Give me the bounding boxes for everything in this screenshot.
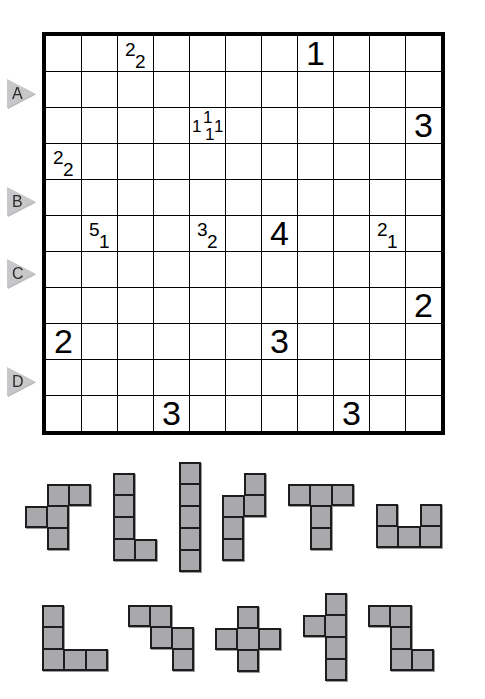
board-cell[interactable] — [334, 288, 369, 323]
clue-digit: 2 — [125, 40, 136, 59]
board-cell[interactable] — [82, 324, 117, 359]
board-cell[interactable] — [46, 180, 81, 215]
pentomino-cell — [325, 615, 347, 637]
tapa-clue-cell: 22 — [118, 36, 153, 71]
board-cell[interactable] — [370, 144, 405, 179]
pentomino-cell — [179, 550, 201, 572]
board-cell[interactable] — [262, 72, 297, 107]
board-cell[interactable] — [406, 144, 441, 179]
board-cell[interactable] — [334, 108, 369, 143]
board-cell[interactable] — [226, 144, 261, 179]
board-cell[interactable] — [298, 252, 333, 287]
tapa-clue-cell: 1 — [298, 36, 333, 71]
board-cell[interactable] — [190, 72, 225, 107]
row-arrow-A: A — [7, 79, 35, 108]
clue-digit: 1 — [203, 109, 212, 126]
board-cell[interactable] — [406, 216, 441, 251]
pentomino-X — [215, 606, 281, 672]
pentomino-cell — [303, 615, 325, 637]
clue-digit: 2 — [377, 220, 388, 239]
board-cell[interactable] — [298, 324, 333, 359]
pentomino-cell — [172, 627, 194, 649]
pentomino-cell — [135, 539, 157, 561]
pentomino-U — [376, 504, 442, 548]
board-cell[interactable] — [46, 108, 81, 143]
pentomino-F — [25, 484, 91, 550]
row-arrow-D: D — [7, 367, 35, 396]
pentomino-cell — [222, 517, 244, 539]
board-cell[interactable] — [82, 36, 117, 71]
board-cell[interactable] — [190, 360, 225, 395]
board-cell[interactable] — [154, 108, 189, 143]
board-cell[interactable] — [154, 144, 189, 179]
clue-digit: 2 — [46, 324, 81, 359]
board-cell[interactable] — [154, 36, 189, 71]
board-cell[interactable] — [406, 360, 441, 395]
board-cell[interactable] — [406, 252, 441, 287]
pentomino-cell — [179, 528, 201, 550]
tapa-clue-cell: 4 — [262, 216, 297, 251]
puzzle-grid: 2211111322513242122333 — [42, 32, 445, 435]
clue-digit: 3 — [334, 396, 369, 431]
board-cell[interactable] — [226, 252, 261, 287]
board-cell[interactable] — [46, 288, 81, 323]
pentomino-cell — [179, 506, 201, 528]
board-cell[interactable] — [118, 360, 153, 395]
pentomino-cell — [113, 517, 135, 539]
clue-digit: 1 — [214, 118, 223, 135]
board-cell[interactable] — [118, 216, 153, 251]
board-cell[interactable] — [226, 288, 261, 323]
board-cell[interactable] — [298, 144, 333, 179]
board-cell[interactable] — [370, 108, 405, 143]
board-cell[interactable] — [298, 360, 333, 395]
arrow-label: B — [12, 187, 23, 216]
pentomino-cell — [113, 473, 135, 495]
tapa-clue-cell: 3 — [334, 396, 369, 431]
board-cell[interactable] — [190, 144, 225, 179]
board-cell[interactable] — [118, 72, 153, 107]
board-cell[interactable] — [262, 288, 297, 323]
pentomino-cell — [244, 473, 266, 495]
board-cell[interactable] — [154, 324, 189, 359]
board-cell[interactable] — [370, 396, 405, 431]
board-cell[interactable] — [370, 180, 405, 215]
pentomino-cell — [150, 605, 172, 627]
board-cell[interactable] — [190, 288, 225, 323]
board-cell[interactable] — [46, 252, 81, 287]
board-cell[interactable] — [82, 288, 117, 323]
clue-digit: 2 — [135, 52, 146, 71]
tapa-clue-cell: 51 — [82, 216, 117, 251]
board-cell[interactable] — [190, 180, 225, 215]
pentomino-cell — [420, 526, 442, 548]
tapa-clue-cell: 2 — [406, 288, 441, 323]
board-cell[interactable] — [82, 72, 117, 107]
clue-digit: 2 — [53, 148, 64, 167]
pentomino-cell — [86, 649, 108, 671]
pentomino-cell — [222, 539, 244, 561]
board-cell[interactable] — [370, 324, 405, 359]
clue-digit: 3 — [406, 108, 441, 143]
pentomino-cell — [47, 484, 69, 506]
pentomino-cell — [325, 593, 347, 615]
pentomino-Y — [303, 593, 347, 681]
clue-digit: 2 — [406, 288, 441, 323]
pentomino-cell — [390, 649, 412, 671]
board-cell[interactable] — [262, 360, 297, 395]
pentomino-cell — [42, 605, 64, 627]
board-cell[interactable] — [226, 72, 261, 107]
board-cell[interactable] — [406, 324, 441, 359]
board-cell[interactable] — [334, 360, 369, 395]
board-cell[interactable] — [118, 252, 153, 287]
pentomino-cell — [215, 628, 237, 650]
arrow-label: D — [12, 367, 24, 396]
board-cell[interactable] — [334, 144, 369, 179]
board-cell[interactable] — [154, 360, 189, 395]
pentomino-cell — [412, 649, 434, 671]
tapa-clue-cell: 3 — [154, 396, 189, 431]
board-cell[interactable] — [46, 216, 81, 251]
pentomino-L — [113, 473, 157, 561]
pentomino-cell — [69, 484, 91, 506]
pentomino-cell — [47, 506, 69, 528]
pentomino-cell — [332, 484, 354, 506]
board-cell[interactable] — [406, 180, 441, 215]
board-cell[interactable] — [370, 252, 405, 287]
board-cell[interactable] — [298, 72, 333, 107]
board-cell[interactable] — [82, 144, 117, 179]
board-cell[interactable] — [226, 36, 261, 71]
board-cell[interactable] — [406, 72, 441, 107]
pentomino-I — [179, 462, 201, 572]
board-cell[interactable] — [154, 180, 189, 215]
pentomino-cell — [150, 627, 172, 649]
pentomino-cell — [237, 606, 259, 628]
clue-digit: 3 — [262, 324, 297, 359]
board-cell[interactable] — [190, 252, 225, 287]
board-cell[interactable] — [154, 216, 189, 251]
puzzle-page: 2211111322513242122333 ABCD — [0, 0, 485, 699]
pentomino-cell — [25, 506, 47, 528]
board-cell[interactable] — [46, 72, 81, 107]
pentomino-cell — [390, 627, 412, 649]
board-cell[interactable] — [334, 72, 369, 107]
pentomino-cell — [376, 526, 398, 548]
pentomino-cell — [376, 504, 398, 526]
board-cell[interactable] — [190, 396, 225, 431]
clue-digit: 1 — [99, 232, 110, 251]
pentomino-cell — [222, 495, 244, 517]
board-cell[interactable] — [262, 36, 297, 71]
pentomino-cell — [42, 627, 64, 649]
pentomino-cell — [398, 526, 420, 548]
pentomino-cell — [42, 649, 64, 671]
board-cell[interactable] — [262, 108, 297, 143]
board-cell[interactable] — [406, 36, 441, 71]
board-cell[interactable] — [46, 360, 81, 395]
clue-digit: 4 — [262, 216, 297, 251]
pentomino-cell — [237, 650, 259, 672]
clue-digit: 3 — [154, 396, 189, 431]
tapa-clue-cell: 21 — [370, 216, 405, 251]
pentomino-cell — [368, 605, 390, 627]
pentomino-cell — [179, 484, 201, 506]
board-cell[interactable] — [262, 144, 297, 179]
board-cell[interactable] — [82, 180, 117, 215]
clue-digit: 1 — [298, 36, 333, 71]
board-cell[interactable] — [226, 324, 261, 359]
pentomino-cell — [128, 605, 150, 627]
arrow-label: A — [12, 79, 23, 108]
clue-digit: 1 — [192, 118, 201, 135]
tapa-clue-cell: 22 — [46, 144, 81, 179]
board-cell[interactable] — [82, 252, 117, 287]
board-cell[interactable] — [226, 360, 261, 395]
board-cell[interactable] — [190, 36, 225, 71]
pentomino-cell — [325, 659, 347, 681]
board-cell[interactable] — [298, 396, 333, 431]
board-cell[interactable] — [298, 216, 333, 251]
board-cell[interactable] — [226, 108, 261, 143]
clue-digit: 3 — [197, 220, 208, 239]
board-cell[interactable] — [82, 360, 117, 395]
row-arrow-B: B — [7, 187, 35, 216]
board-cell[interactable] — [118, 180, 153, 215]
pentomino-cell — [310, 528, 332, 550]
board-cell[interactable] — [226, 216, 261, 251]
board-cell[interactable] — [82, 396, 117, 431]
board-cell[interactable] — [262, 252, 297, 287]
board-cell[interactable] — [118, 396, 153, 431]
pentomino-cell — [390, 605, 412, 627]
clue-digit: 2 — [207, 232, 218, 251]
board-cell[interactable] — [406, 396, 441, 431]
pentomino-cell — [420, 504, 442, 526]
arrow-label: C — [12, 259, 24, 288]
clue-digit: 1 — [205, 126, 214, 143]
board-cell[interactable] — [334, 36, 369, 71]
board-cell[interactable] — [262, 180, 297, 215]
board-cell[interactable] — [226, 180, 261, 215]
pentomino-W — [128, 605, 194, 671]
tapa-clue-cell: 3 — [406, 108, 441, 143]
board-cell[interactable] — [118, 288, 153, 323]
board-cell[interactable] — [334, 252, 369, 287]
pentomino-cell — [113, 539, 135, 561]
board-cell[interactable] — [298, 108, 333, 143]
pentomino-cell — [113, 495, 135, 517]
board-cell[interactable] — [154, 252, 189, 287]
pentomino-Z — [368, 605, 434, 671]
board-cell[interactable] — [370, 360, 405, 395]
tapa-clue-cell: 32 — [190, 216, 225, 251]
board-cell[interactable] — [262, 396, 297, 431]
tapa-clue-cell: 3 — [262, 324, 297, 359]
pentomino-cell — [325, 637, 347, 659]
pentomino-cell — [244, 495, 266, 517]
board-cell[interactable] — [46, 396, 81, 431]
board-cell[interactable] — [370, 288, 405, 323]
board-cell[interactable] — [46, 36, 81, 71]
board-cell[interactable] — [118, 144, 153, 179]
tapa-clue-cell: 1111 — [190, 108, 225, 143]
pentomino-cell — [310, 506, 332, 528]
board-cell[interactable] — [190, 324, 225, 359]
pentomino-cell — [64, 649, 86, 671]
pentomino-cell — [237, 628, 259, 650]
pentomino-T — [288, 484, 354, 550]
row-arrow-C: C — [7, 259, 35, 288]
pentomino-N — [222, 473, 266, 561]
board-cell[interactable] — [298, 180, 333, 215]
board-cell[interactable] — [154, 72, 189, 107]
pentomino-cell — [172, 649, 194, 671]
tapa-clue-cell: 2 — [46, 324, 81, 359]
board-cell[interactable] — [334, 180, 369, 215]
board-cell[interactable] — [118, 108, 153, 143]
board-cell[interactable] — [82, 108, 117, 143]
board-cell[interactable] — [370, 36, 405, 71]
board-cell[interactable] — [118, 324, 153, 359]
pentomino-cell — [47, 528, 69, 550]
clue-digit: 1 — [387, 232, 398, 251]
pentomino-cell — [288, 484, 310, 506]
board-cell[interactable] — [298, 288, 333, 323]
board-cell[interactable] — [370, 72, 405, 107]
pentomino-V — [42, 605, 108, 671]
pentomino-cell — [259, 628, 281, 650]
board-cell[interactable] — [334, 324, 369, 359]
pentomino-cell — [310, 484, 332, 506]
pentomino-cell — [179, 462, 201, 484]
board-cell[interactable] — [334, 216, 369, 251]
board-cell[interactable] — [226, 396, 261, 431]
clue-digit: 2 — [63, 160, 74, 179]
board-cell[interactable] — [154, 288, 189, 323]
clue-digit: 5 — [89, 220, 100, 239]
